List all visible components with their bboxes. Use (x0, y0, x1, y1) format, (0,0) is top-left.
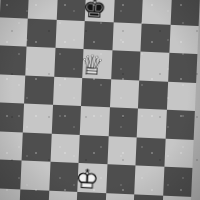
square-f1 (105, 193, 135, 200)
square-d7 (55, 19, 85, 49)
square-g6 (139, 52, 169, 82)
square-c5 (24, 75, 54, 105)
square-d1 (48, 190, 78, 200)
square-d8 (56, 0, 86, 21)
square-e5 (81, 78, 111, 108)
square-g7 (140, 23, 170, 53)
square-g5 (138, 80, 168, 110)
square-f3 (107, 136, 137, 166)
square-f2 (106, 164, 136, 194)
square-h7 (169, 24, 199, 54)
square-b1 (0, 188, 20, 200)
square-f5 (109, 79, 139, 109)
square-b4 (0, 102, 24, 132)
square-b6 (0, 45, 27, 75)
square-c3 (22, 132, 52, 162)
square-d2 (49, 162, 79, 192)
chessboard-photo: ♚♛♕♚♔ (0, 0, 200, 200)
chessboard: ♚♛♕♚♔ (0, 0, 200, 200)
square-f7 (112, 22, 142, 52)
white-queen: ♛♕ (82, 49, 112, 79)
square-g3 (135, 137, 165, 167)
square-b2 (0, 159, 22, 189)
square-f4 (108, 107, 138, 137)
square-b7 (0, 17, 28, 47)
square-d6 (54, 48, 84, 78)
square-h6 (168, 53, 198, 83)
square-c7 (27, 18, 57, 48)
square-f6 (111, 50, 141, 80)
square-g2 (134, 165, 164, 195)
square-b8 (0, 0, 29, 18)
square-g8 (142, 0, 172, 24)
square-h1 (161, 195, 191, 200)
square-b5 (0, 74, 25, 104)
square-h4 (165, 110, 195, 140)
white-king: ♚♔ (77, 163, 107, 193)
square-c1 (19, 189, 49, 200)
square-d3 (50, 133, 80, 163)
square-d5 (53, 76, 83, 106)
square-e2: ♚♔ (77, 163, 107, 193)
square-c4 (23, 104, 53, 134)
square-h2 (163, 167, 193, 197)
square-e7 (83, 21, 113, 51)
square-h8 (170, 0, 200, 26)
square-e8: ♚ (85, 0, 115, 22)
square-e4 (80, 106, 110, 136)
square-c2 (20, 160, 50, 190)
square-g4 (137, 108, 167, 138)
square-c8 (28, 0, 58, 19)
square-h5 (166, 81, 196, 111)
black-king: ♚ (85, 0, 115, 22)
square-e3 (79, 134, 109, 164)
square-f8 (113, 0, 143, 23)
square-h3 (164, 138, 194, 168)
square-c6 (25, 47, 55, 77)
square-g1 (133, 194, 163, 200)
square-e1 (76, 191, 106, 200)
square-b3 (0, 131, 23, 161)
square-e6: ♛♕ (82, 49, 112, 79)
square-d4 (51, 105, 81, 135)
